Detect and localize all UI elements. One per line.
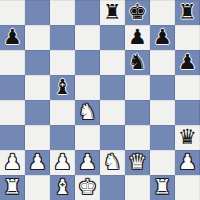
white-rook[interactable]: ♜: [153, 175, 172, 200]
square-f3[interactable]: [125, 125, 150, 150]
square-a3[interactable]: [0, 125, 25, 150]
square-c2[interactable]: ♟: [50, 150, 75, 175]
black-king[interactable]: ♚: [128, 0, 147, 25]
black-pawn[interactable]: ♟: [178, 50, 197, 75]
square-d1[interactable]: ♚: [75, 175, 100, 200]
square-g1[interactable]: ♜: [150, 175, 175, 200]
black-pawn[interactable]: ♟: [128, 25, 147, 50]
square-h4[interactable]: [175, 100, 200, 125]
white-bishop[interactable]: ♝: [53, 175, 72, 200]
square-a4[interactable]: [0, 100, 25, 125]
square-b1[interactable]: [25, 175, 50, 200]
black-pawn[interactable]: ♟: [153, 25, 172, 50]
square-f8[interactable]: ♚: [125, 0, 150, 25]
square-e1[interactable]: [100, 175, 125, 200]
square-c8[interactable]: [50, 0, 75, 25]
square-c5[interactable]: ♝: [50, 75, 75, 100]
square-f2[interactable]: ♛: [125, 150, 150, 175]
square-d8[interactable]: [75, 0, 100, 25]
square-d2[interactable]: ♟: [75, 150, 100, 175]
square-h2[interactable]: ♟: [175, 150, 200, 175]
square-h8[interactable]: ♜: [175, 0, 200, 25]
square-f4[interactable]: [125, 100, 150, 125]
square-h7[interactable]: [175, 25, 200, 50]
square-c1[interactable]: ♝: [50, 175, 75, 200]
square-g5[interactable]: [150, 75, 175, 100]
square-b3[interactable]: [25, 125, 50, 150]
square-e2[interactable]: ♞: [100, 150, 125, 175]
black-queen[interactable]: ♛: [178, 125, 197, 150]
square-a5[interactable]: [0, 75, 25, 100]
square-a6[interactable]: [0, 50, 25, 75]
chess-board: ♜♚♜♟♟♟♞♟♝♞♛♟♟♟♟♞♛♟♜♝♚♜: [0, 0, 200, 200]
white-pawn[interactable]: ♟: [28, 150, 47, 175]
square-d4[interactable]: ♞: [75, 100, 100, 125]
white-queen[interactable]: ♛: [128, 150, 147, 175]
square-e8[interactable]: ♜: [100, 0, 125, 25]
square-d3[interactable]: [75, 125, 100, 150]
square-d5[interactable]: [75, 75, 100, 100]
square-g4[interactable]: [150, 100, 175, 125]
square-e7[interactable]: [100, 25, 125, 50]
square-b2[interactable]: ♟: [25, 150, 50, 175]
square-d6[interactable]: [75, 50, 100, 75]
square-h5[interactable]: [175, 75, 200, 100]
square-c3[interactable]: [50, 125, 75, 150]
square-c7[interactable]: [50, 25, 75, 50]
square-e6[interactable]: [100, 50, 125, 75]
square-a8[interactable]: [0, 0, 25, 25]
square-h6[interactable]: ♟: [175, 50, 200, 75]
white-pawn[interactable]: ♟: [178, 150, 197, 175]
square-g6[interactable]: [150, 50, 175, 75]
square-b5[interactable]: [25, 75, 50, 100]
black-rook[interactable]: ♜: [103, 0, 122, 25]
white-knight[interactable]: ♞: [78, 100, 97, 125]
square-e4[interactable]: [100, 100, 125, 125]
square-b6[interactable]: [25, 50, 50, 75]
square-h1[interactable]: [175, 175, 200, 200]
square-a7[interactable]: ♟: [0, 25, 25, 50]
square-e3[interactable]: [100, 125, 125, 150]
square-e5[interactable]: [100, 75, 125, 100]
square-g7[interactable]: ♟: [150, 25, 175, 50]
black-rook[interactable]: ♜: [178, 0, 197, 25]
white-rook[interactable]: ♜: [3, 175, 22, 200]
square-g8[interactable]: [150, 0, 175, 25]
square-b7[interactable]: [25, 25, 50, 50]
square-b4[interactable]: [25, 100, 50, 125]
white-king[interactable]: ♚: [78, 175, 97, 200]
square-f7[interactable]: ♟: [125, 25, 150, 50]
square-d7[interactable]: [75, 25, 100, 50]
square-c4[interactable]: [50, 100, 75, 125]
square-g2[interactable]: [150, 150, 175, 175]
white-pawn[interactable]: ♟: [3, 150, 22, 175]
square-f1[interactable]: [125, 175, 150, 200]
square-f5[interactable]: [125, 75, 150, 100]
square-a1[interactable]: ♜: [0, 175, 25, 200]
black-knight[interactable]: ♞: [128, 50, 147, 75]
square-a2[interactable]: ♟: [0, 150, 25, 175]
white-pawn[interactable]: ♟: [53, 150, 72, 175]
square-c6[interactable]: [50, 50, 75, 75]
square-b8[interactable]: [25, 0, 50, 25]
square-h3[interactable]: ♛: [175, 125, 200, 150]
black-bishop[interactable]: ♝: [53, 75, 72, 100]
white-pawn[interactable]: ♟: [78, 150, 97, 175]
square-g3[interactable]: [150, 125, 175, 150]
white-knight[interactable]: ♞: [103, 150, 122, 175]
black-pawn[interactable]: ♟: [3, 25, 22, 50]
square-f6[interactable]: ♞: [125, 50, 150, 75]
